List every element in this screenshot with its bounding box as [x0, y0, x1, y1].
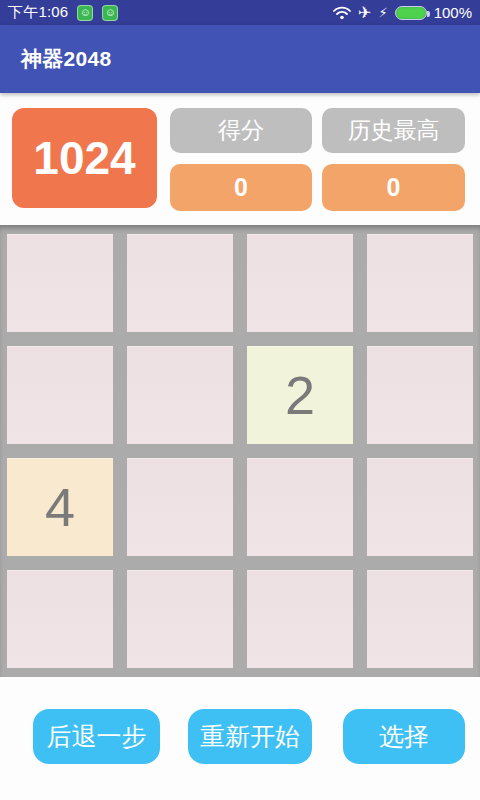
battery-percent: 100% [434, 4, 472, 21]
wifi-icon [333, 6, 351, 20]
board-cell-r4c1 [7, 570, 113, 668]
board-cell-r1c1 [7, 234, 113, 332]
app-bar: 神器2048 [0, 25, 480, 93]
phone-screen: 下午1:06 ☺ ☺ ✈ ⚡ 100% 神器2048 1024 得分 0 历史最… [0, 0, 480, 800]
undo-button[interactable]: 后退一步 [33, 709, 160, 764]
airplane-mode-icon: ✈ [358, 3, 371, 22]
board-cell-r3c2 [127, 458, 233, 556]
max-tile-badge: 1024 [12, 108, 157, 208]
board-cell-r2c2 [127, 346, 233, 444]
board-cell-r2c4 [367, 346, 473, 444]
charging-icon: ⚡ [378, 5, 387, 20]
best-score-value: 0 [322, 164, 465, 211]
board-cell-r4c3 [247, 570, 353, 668]
best-score-label: 历史最高 [322, 108, 465, 153]
clock: 下午1:06 [8, 3, 68, 22]
notification-app-icon: ☺ [77, 5, 93, 21]
select-button[interactable]: 选择 [343, 709, 465, 764]
notification-app-icon: ☺ [102, 5, 118, 21]
board-cell-r3c4 [367, 458, 473, 556]
board-cell-r1c2 [127, 234, 233, 332]
game-board[interactable]: 24 [0, 225, 480, 677]
score-label: 得分 [170, 108, 312, 153]
board-cell-r1c3 [247, 234, 353, 332]
board-cell-r1c4 [367, 234, 473, 332]
battery-icon [395, 6, 427, 20]
restart-button[interactable]: 重新开始 [188, 709, 312, 764]
status-bar-right: ✈ ⚡ 100% [333, 3, 472, 22]
board-cell-r3c3 [247, 458, 353, 556]
status-bar: 下午1:06 ☺ ☺ ✈ ⚡ 100% [0, 0, 480, 25]
tile-4: 4 [7, 458, 113, 556]
board-cell-r4c4 [367, 570, 473, 668]
board-cell-r2c1 [7, 346, 113, 444]
tile-2: 2 [247, 346, 353, 444]
score-value: 0 [170, 164, 312, 211]
app-title: 神器2048 [21, 45, 112, 73]
board-cell-r4c2 [127, 570, 233, 668]
